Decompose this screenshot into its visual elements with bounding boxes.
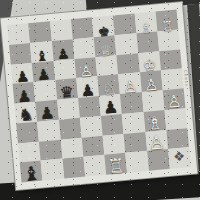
square-d7[interactable] (72, 37, 95, 59)
square-h4[interactable]: ♙ (162, 88, 185, 110)
piece-white-king[interactable]: ♔ (138, 58, 161, 75)
square-d2[interactable] (81, 135, 104, 157)
square-e8[interactable]: ♚ (92, 15, 115, 37)
square-f8[interactable] (113, 13, 136, 35)
square-a8[interactable] (7, 23, 30, 45)
piece-white-knight[interactable]: ♘ (98, 80, 121, 98)
piece-white-pawn[interactable]: ♙ (145, 133, 168, 153)
square-c7[interactable]: ♟ (51, 39, 74, 61)
chess-board: ♚♗♖♝♟♕♟♟♙♔♟♛♟♘♙♙♞♟♟♙♗♙♝♖❖ Chess (1, 2, 198, 190)
piece-white-pawn[interactable]: ♙ (163, 93, 186, 111)
piece-black-knight[interactable]: ♞ (15, 107, 38, 125)
piece-black-pawn[interactable]: ♟ (99, 99, 122, 117)
piece-white-rook[interactable]: ♖ (156, 18, 178, 33)
square-c5[interactable]: ♛ (55, 78, 78, 100)
square-g3[interactable]: ♗ (143, 110, 166, 132)
square-c8[interactable] (50, 19, 73, 41)
square-h8[interactable]: ♖ (155, 10, 178, 32)
square-b1[interactable] (41, 159, 64, 181)
square-a6[interactable]: ♟ (11, 62, 34, 84)
square-h1[interactable]: ❖ (168, 147, 191, 169)
square-f6[interactable] (117, 53, 140, 75)
square-b8[interactable] (28, 21, 51, 43)
piece-black-pawn[interactable]: ♟ (13, 88, 36, 106)
piece-white-bishop[interactable]: ♗ (135, 20, 157, 35)
piece-black-queen[interactable]: ♛ (55, 84, 78, 102)
square-e1[interactable]: ♖ (104, 153, 127, 175)
piece-white-rook[interactable]: ♖ (105, 156, 128, 177)
piece-white-queen[interactable]: ♕ (94, 43, 116, 59)
square-b7[interactable]: ♝ (30, 41, 53, 63)
square-a1[interactable]: ♝ (20, 161, 43, 183)
piece-black-king[interactable]: ♚ (93, 24, 115, 39)
piece-black-pawn[interactable]: ♟ (11, 69, 34, 86)
square-d6[interactable]: ♙ (74, 57, 97, 79)
piece-white-pawn[interactable]: ♙ (119, 79, 142, 97)
square-f3[interactable] (122, 112, 145, 134)
board-grid: ♚♗♖♝♟♕♟♟♙♔♟♛♟♘♙♙♞♟♟♙♗♙♝♖❖ (7, 10, 191, 183)
square-g8[interactable]: ♗ (134, 12, 157, 34)
square-h2[interactable] (166, 128, 189, 150)
square-g6[interactable]: ♔ (138, 51, 161, 73)
square-a2[interactable] (18, 141, 41, 163)
square-b2[interactable] (39, 139, 62, 161)
square-d3[interactable] (80, 116, 103, 138)
square-a7[interactable] (9, 43, 32, 65)
piece-white-pawn[interactable]: ♙ (140, 77, 163, 95)
square-e5[interactable]: ♘ (97, 74, 120, 96)
square-f5[interactable]: ♙ (118, 72, 141, 94)
square-f2[interactable] (124, 131, 147, 153)
square-e2[interactable] (103, 133, 126, 155)
square-c2[interactable] (60, 137, 83, 159)
piece-black-bishop[interactable]: ♝ (20, 163, 43, 184)
square-b4[interactable]: ♟ (36, 100, 59, 122)
square-g2[interactable]: ♙ (145, 130, 168, 152)
piece-black-pawn[interactable]: ♟ (33, 67, 56, 84)
square-d1[interactable] (83, 155, 106, 177)
square-f1[interactable] (126, 151, 149, 173)
piece-black-pawn[interactable]: ♟ (36, 105, 59, 123)
square-c3[interactable] (58, 118, 81, 140)
corner-ornament-icon: ❖ (168, 149, 190, 164)
piece-white-pawn[interactable]: ♙ (75, 64, 98, 81)
square-f7[interactable] (115, 33, 138, 55)
square-c1[interactable] (62, 157, 85, 179)
piece-black-pawn[interactable]: ♟ (77, 82, 100, 100)
piece-black-pawn[interactable]: ♟ (52, 47, 74, 63)
piece-black-bishop[interactable]: ♝ (31, 49, 53, 65)
square-d8[interactable] (71, 17, 94, 39)
square-h5[interactable] (161, 69, 184, 91)
square-h6[interactable] (159, 49, 182, 71)
